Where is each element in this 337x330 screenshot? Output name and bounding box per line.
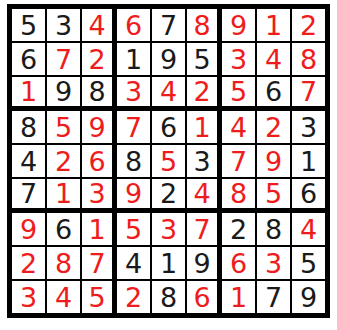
solved-digit: 2	[55, 148, 72, 175]
solved-digit: 9	[88, 114, 105, 141]
given-digit: 4	[125, 250, 142, 277]
cell-r2c7[interactable]: 3	[221, 42, 256, 76]
cell-r6c6[interactable]: 4	[186, 178, 221, 212]
solved-digit: 1	[193, 114, 210, 141]
solved-digit: 4	[230, 114, 247, 141]
cell-r3c1[interactable]: 1	[11, 76, 46, 110]
cell-r2c5[interactable]: 9	[151, 42, 186, 76]
cell-r5c3[interactable]: 6	[81, 144, 116, 178]
solved-digit: 9	[20, 216, 37, 243]
given-digit: 7	[20, 180, 37, 207]
solved-digit: 4	[55, 284, 72, 311]
cell-r7c9[interactable]: 4	[291, 212, 326, 246]
solved-digit: 9	[230, 12, 247, 39]
cell-r5c6[interactable]: 3	[186, 144, 221, 178]
cell-r5c1[interactable]: 4	[11, 144, 46, 178]
solved-digit: 9	[265, 148, 282, 175]
given-digit: 6	[160, 114, 177, 141]
cell-r8c9[interactable]: 5	[291, 246, 326, 280]
cell-r2c2[interactable]: 7	[46, 42, 81, 76]
cell-r8c5[interactable]: 1	[151, 246, 186, 280]
cell-r7c3[interactable]: 1	[81, 212, 116, 246]
cell-r1c8[interactable]: 1	[256, 8, 291, 42]
solved-digit: 1	[55, 180, 72, 207]
given-digit: 5	[20, 12, 37, 39]
solved-digit: 7	[55, 46, 72, 73]
solved-digit: 1	[265, 12, 282, 39]
cell-r9c1[interactable]: 3	[11, 280, 46, 314]
solved-digit: 2	[300, 12, 317, 39]
cell-r1c2[interactable]: 3	[46, 8, 81, 42]
solved-digit: 3	[265, 250, 282, 277]
given-digit: 7	[265, 284, 282, 311]
cell-r2c9[interactable]: 8	[291, 42, 326, 76]
solved-digit: 2	[193, 78, 210, 105]
given-digit: 2	[160, 180, 177, 207]
cell-r3c4[interactable]: 3	[116, 76, 151, 110]
cell-r3c2[interactable]: 9	[46, 76, 81, 110]
solved-digit: 9	[125, 180, 142, 207]
given-digit: 9	[193, 250, 210, 277]
cell-r6c7[interactable]: 8	[221, 178, 256, 212]
solved-digit: 7	[230, 148, 247, 175]
cell-r1c4[interactable]: 6	[116, 8, 151, 42]
given-digit: 7	[160, 12, 177, 39]
solved-digit: 5	[55, 114, 72, 141]
given-digit: 6	[55, 216, 72, 243]
cell-r6c9[interactable]: 6	[291, 178, 326, 212]
cell-r5c8[interactable]: 9	[256, 144, 291, 178]
cell-r1c1[interactable]: 5	[11, 8, 46, 42]
given-digit: 6	[265, 78, 282, 105]
given-digit: 8	[125, 148, 142, 175]
cell-r3c7[interactable]: 5	[221, 76, 256, 110]
solved-digit: 5	[230, 78, 247, 105]
cell-r9c8[interactable]: 7	[256, 280, 291, 314]
solved-digit: 4	[265, 46, 282, 73]
solved-digit: 8	[193, 12, 210, 39]
cell-r8c2[interactable]: 8	[46, 246, 81, 280]
cell-r7c7[interactable]: 2	[221, 212, 256, 246]
cell-r4c4[interactable]: 7	[116, 110, 151, 144]
solved-digit: 4	[88, 12, 105, 39]
cell-r1c7[interactable]: 9	[221, 8, 256, 42]
cell-r7c5[interactable]: 3	[151, 212, 186, 246]
solved-digit: 5	[265, 180, 282, 207]
cell-r5c2[interactable]: 2	[46, 144, 81, 178]
cell-r7c6[interactable]: 7	[186, 212, 221, 246]
given-digit: 9	[55, 78, 72, 105]
cell-r6c3[interactable]: 3	[81, 178, 116, 212]
solved-digit: 8	[300, 46, 317, 73]
solved-digit: 2	[20, 250, 37, 277]
cell-r6c2[interactable]: 1	[46, 178, 81, 212]
cell-r3c9[interactable]: 7	[291, 76, 326, 110]
solved-digit: 7	[300, 78, 317, 105]
given-digit: 2	[230, 216, 247, 243]
solved-digit: 4	[300, 216, 317, 243]
solved-digit: 3	[20, 284, 37, 311]
solved-digit: 8	[55, 250, 72, 277]
cell-r1c6[interactable]: 8	[186, 8, 221, 42]
cell-r4c8[interactable]: 2	[256, 110, 291, 144]
cell-r5c7[interactable]: 7	[221, 144, 256, 178]
solved-digit: 7	[193, 216, 210, 243]
cell-r2c8[interactable]: 4	[256, 42, 291, 76]
given-digit: 3	[55, 12, 72, 39]
cell-r7c8[interactable]: 8	[256, 212, 291, 246]
cell-r3c8[interactable]: 6	[256, 76, 291, 110]
cell-r9c9[interactable]: 9	[291, 280, 326, 314]
cell-r6c1[interactable]: 7	[11, 178, 46, 212]
cell-r8c8[interactable]: 3	[256, 246, 291, 280]
solved-digit: 6	[193, 284, 210, 311]
cell-r8c3[interactable]: 7	[81, 246, 116, 280]
solved-digit: 1	[230, 284, 247, 311]
solved-digit: 8	[230, 180, 247, 207]
given-digit: 8	[20, 114, 37, 141]
given-digit: 1	[300, 148, 317, 175]
cell-r4c7[interactable]: 4	[221, 110, 256, 144]
solved-digit: 6	[230, 250, 247, 277]
solved-digit: 5	[125, 216, 142, 243]
cell-r2c6[interactable]: 5	[186, 42, 221, 76]
solved-digit: 2	[265, 114, 282, 141]
solved-digit: 3	[230, 46, 247, 73]
given-digit: 5	[193, 46, 210, 73]
solved-digit: 2	[88, 46, 105, 73]
given-digit: 3	[193, 148, 210, 175]
cell-r5c5[interactable]: 5	[151, 144, 186, 178]
solved-digit: 5	[160, 148, 177, 175]
cell-r2c1[interactable]: 6	[11, 42, 46, 76]
cell-r8c4[interactable]: 4	[116, 246, 151, 280]
cell-r9c7[interactable]: 1	[221, 280, 256, 314]
cell-r8c7[interactable]: 6	[221, 246, 256, 280]
solved-digit: 2	[125, 284, 142, 311]
given-digit: 1	[125, 46, 142, 73]
given-digit: 8	[265, 216, 282, 243]
cell-r5c4[interactable]: 8	[116, 144, 151, 178]
cell-r6c4[interactable]: 9	[116, 178, 151, 212]
cell-r7c1[interactable]: 9	[11, 212, 46, 246]
cell-r4c2[interactable]: 5	[46, 110, 81, 144]
given-digit: 1	[160, 250, 177, 277]
cell-r7c4[interactable]: 5	[116, 212, 151, 246]
given-digit: 9	[160, 46, 177, 73]
given-digit: 9	[300, 284, 317, 311]
cell-r4c6[interactable]: 1	[186, 110, 221, 144]
cell-r1c9[interactable]: 2	[291, 8, 326, 42]
cell-r8c1[interactable]: 2	[11, 246, 46, 280]
cell-r4c9[interactable]: 3	[291, 110, 326, 144]
given-digit: 4	[20, 148, 37, 175]
cell-r6c8[interactable]: 5	[256, 178, 291, 212]
solved-digit: 1	[88, 216, 105, 243]
given-digit: 6	[20, 46, 37, 73]
cell-r7c2[interactable]: 6	[46, 212, 81, 246]
cell-r5c9[interactable]: 1	[291, 144, 326, 178]
cell-r9c5[interactable]: 8	[151, 280, 186, 314]
cell-r4c3[interactable]: 9	[81, 110, 116, 144]
cell-r3c6[interactable]: 2	[186, 76, 221, 110]
cell-r2c3[interactable]: 2	[81, 42, 116, 76]
cell-r4c1[interactable]: 8	[11, 110, 46, 144]
solved-digit: 4	[160, 78, 177, 105]
cell-r1c5[interactable]: 7	[151, 8, 186, 42]
cell-r9c4[interactable]: 2	[116, 280, 151, 314]
cell-r6c5[interactable]: 2	[151, 178, 186, 212]
given-digit: 6	[300, 180, 317, 207]
sudoku-board: 5346789126721953481983425678597614234268…	[7, 4, 330, 318]
solved-digit: 7	[88, 250, 105, 277]
cell-r3c5[interactable]: 4	[151, 76, 186, 110]
solved-digit: 3	[160, 216, 177, 243]
given-digit: 3	[300, 114, 317, 141]
cell-r1c3[interactable]: 4	[81, 8, 116, 42]
solved-digit: 5	[88, 284, 105, 311]
cell-r3c3[interactable]: 8	[81, 76, 116, 110]
solved-digit: 7	[125, 114, 142, 141]
solved-digit: 6	[125, 12, 142, 39]
cell-r9c3[interactable]: 5	[81, 280, 116, 314]
cell-r9c6[interactable]: 6	[186, 280, 221, 314]
solved-digit: 4	[193, 180, 210, 207]
given-digit: 8	[88, 78, 105, 105]
cell-r8c6[interactable]: 9	[186, 246, 221, 280]
given-digit: 8	[160, 284, 177, 311]
solved-digit: 6	[88, 148, 105, 175]
given-digit: 5	[300, 250, 317, 277]
cell-r4c5[interactable]: 6	[151, 110, 186, 144]
solved-digit: 3	[88, 180, 105, 207]
cell-r2c4[interactable]: 1	[116, 42, 151, 76]
solved-digit: 3	[125, 78, 142, 105]
cell-r9c2[interactable]: 4	[46, 280, 81, 314]
solved-digit: 1	[20, 78, 37, 105]
